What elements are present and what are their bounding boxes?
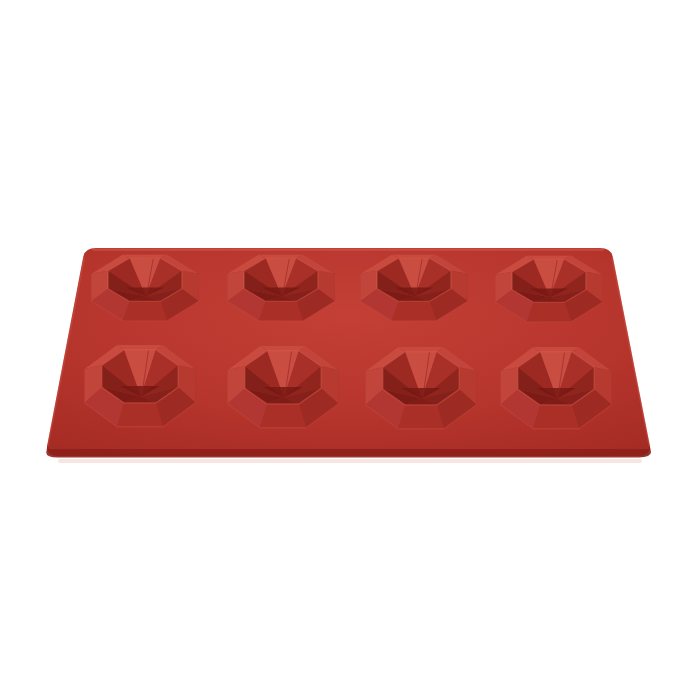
cavity-row2-col3 (365, 347, 476, 429)
cavity-row1-col1 (91, 254, 199, 320)
cavity-row2-col4 (500, 347, 611, 429)
cavity-row1-col2 (227, 254, 335, 320)
tray-reflection (58, 459, 642, 463)
cavity-row2-col2 (227, 346, 338, 428)
photo-background (0, 0, 700, 700)
cavity-row2-col1 (84, 345, 195, 427)
cavity-row1-col4 (495, 255, 603, 321)
cavity-row1-col3 (360, 254, 468, 320)
product-photo-svg (0, 0, 700, 700)
